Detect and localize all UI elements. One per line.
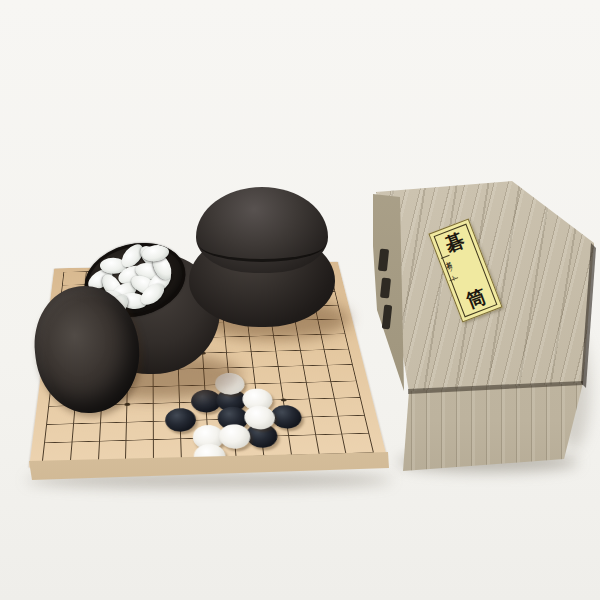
grid-cell — [343, 434, 374, 454]
closed-bowl — [189, 187, 335, 327]
grid-cell — [63, 272, 87, 285]
grid-cell — [339, 416, 370, 435]
grid-cell — [71, 442, 100, 462]
grid-cell — [309, 399, 338, 417]
grid-cell — [98, 441, 126, 461]
grid-cell — [281, 382, 309, 400]
grid-cell — [126, 440, 154, 460]
grid-cell — [312, 416, 342, 435]
grid-cell — [252, 351, 279, 367]
grid-cell — [289, 435, 319, 455]
grid-cell — [127, 404, 154, 423]
grid-cell — [99, 422, 127, 441]
grid-cell — [154, 439, 182, 459]
grid-cell — [316, 435, 347, 455]
grid-cell — [226, 336, 252, 352]
grid-cell — [72, 423, 100, 442]
grid-cell — [45, 424, 74, 443]
grid-cell — [325, 349, 353, 365]
grid-cell — [306, 382, 335, 400]
grid-cell — [300, 350, 328, 366]
star-point — [280, 399, 286, 402]
grid-cell — [276, 350, 303, 366]
go-set-product-photo: 碁 筒 碁石セット — [0, 0, 600, 600]
grid-cell — [43, 443, 72, 463]
grid-cell — [278, 366, 306, 383]
grid-cell — [303, 365, 331, 382]
closed-bowl-lid-seam — [198, 225, 326, 262]
grid-cell — [322, 334, 350, 350]
grid-cell — [328, 365, 357, 382]
grid-cell — [332, 381, 361, 399]
grid-cell — [335, 398, 365, 416]
grid-cell — [127, 422, 154, 441]
grid-cell — [254, 367, 281, 384]
